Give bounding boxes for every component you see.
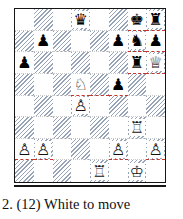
square-a5 [15,74,34,96]
square-e6 [90,52,109,74]
square-h5 [146,74,165,96]
square-b6 [34,52,53,74]
square-h7: ♟ [146,31,165,53]
square-f1 [109,160,128,182]
square-a3 [15,117,34,139]
square-g8: ♚ [128,9,147,31]
square-e3 [90,117,109,139]
square-d5: ♘ [71,74,90,96]
square-g4 [128,96,147,118]
white-pawn-icon-d4: ♙ [72,97,88,114]
square-d3 [71,117,90,139]
black-rook-icon-g6: ♜ [129,54,145,71]
square-f5: ♟ [109,74,128,96]
square-e1: ♖ [90,160,109,182]
black-queen-icon-d8: ♛ [72,11,88,28]
square-a2: ♙ [15,139,34,161]
square-b2: ♙ [34,139,53,161]
square-g6: ♜ [128,52,147,74]
square-f7: ♟ [109,31,128,53]
white-pawn-icon-a2: ♙ [16,141,32,158]
square-c3 [53,117,72,139]
square-c2 [53,139,72,161]
square-f2: ♙ [109,139,128,161]
black-rook-icon-h8: ♜ [147,11,163,28]
square-a7 [15,31,34,53]
square-h8: ♜ [146,9,165,31]
chess-diagram-page: ♛♚♜♟♟♞♟♟♜♕♘♟♙♖♙♙♙♙♖♔ 2. (12) White to mo… [0,0,183,219]
black-knight-icon-g7: ♞ [129,32,145,49]
white-king-icon-g1: ♔ [129,163,145,180]
square-c1 [53,160,72,182]
white-queen-icon-h6: ♕ [147,54,163,71]
chess-board: ♛♚♜♟♟♞♟♟♜♕♘♟♙♖♙♙♙♙♖♔ [14,8,166,183]
white-pawn-icon-f2: ♙ [110,141,126,158]
square-b8 [34,9,53,31]
square-c7 [53,31,72,53]
square-h6: ♕ [146,52,165,74]
square-h4 [146,96,165,118]
square-e2 [90,139,109,161]
square-c5 [53,74,72,96]
square-b3 [34,117,53,139]
white-rook-icon-g3: ♖ [129,119,145,136]
square-e4 [90,96,109,118]
square-b7: ♟ [34,31,53,53]
square-h1 [146,160,165,182]
white-pawn-icon-h2: ♙ [147,141,163,158]
board-bottom-rule [14,185,166,187]
black-pawn-icon-a6: ♟ [16,54,32,71]
white-pawn-icon-b2: ♙ [35,141,51,158]
square-d6 [71,52,90,74]
square-d7 [71,31,90,53]
square-d2 [71,139,90,161]
black-king-icon-g8: ♚ [129,11,145,28]
square-h2: ♙ [146,139,165,161]
square-g3: ♖ [128,117,147,139]
square-a4 [15,96,34,118]
black-pawn-icon-f5: ♟ [110,76,126,93]
white-rook-icon-e1: ♖ [91,163,107,180]
square-a1 [15,160,34,182]
square-g7: ♞ [128,31,147,53]
square-d1 [71,160,90,182]
square-b4 [34,96,53,118]
square-f8 [109,9,128,31]
square-a6: ♟ [15,52,34,74]
square-g1: ♔ [128,160,147,182]
square-b5 [34,74,53,96]
square-g5 [128,74,147,96]
square-d4: ♙ [71,96,90,118]
square-e8 [90,9,109,31]
square-c6 [53,52,72,74]
diagram-caption: 2. (12) White to move [2,196,130,213]
square-c4 [53,96,72,118]
square-f6 [109,52,128,74]
square-h3 [146,117,165,139]
square-f4 [109,96,128,118]
square-c8 [53,9,72,31]
square-e5 [90,74,109,96]
square-b1 [34,160,53,182]
black-pawn-icon-h7: ♟ [147,32,163,49]
square-g2 [128,139,147,161]
black-pawn-icon-f7: ♟ [110,32,126,49]
square-e7 [90,31,109,53]
black-pawn-icon-b7: ♟ [35,32,51,49]
square-d8: ♛ [71,9,90,31]
square-f3 [109,117,128,139]
white-knight-icon-d5: ♘ [72,76,88,93]
square-a8 [15,9,34,31]
